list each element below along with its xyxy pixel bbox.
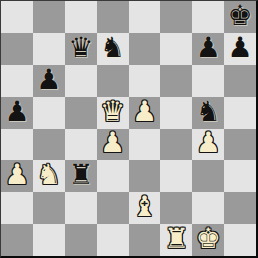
square-d7[interactable]: ♞ <box>97 33 129 65</box>
square-b7[interactable] <box>33 33 65 65</box>
square-e3[interactable] <box>129 160 161 192</box>
chess-board-frame: ♚♛♞♟♟♟♟♛♟♞♟♟♟♞♜♝♜♚ <box>0 0 258 258</box>
piece-white-pawn-a3[interactable]: ♟ <box>4 161 29 189</box>
square-h3[interactable] <box>224 160 256 192</box>
square-e6[interactable] <box>129 65 161 97</box>
square-e4[interactable] <box>129 129 161 161</box>
square-e1[interactable] <box>129 224 161 256</box>
square-g8[interactable] <box>192 1 224 33</box>
square-c8[interactable] <box>65 1 97 33</box>
square-d8[interactable] <box>97 1 129 33</box>
square-h5[interactable] <box>224 97 256 129</box>
square-e8[interactable] <box>129 1 161 33</box>
piece-white-bishop-e2[interactable]: ♝ <box>132 193 157 221</box>
square-g2[interactable] <box>192 192 224 224</box>
square-g5[interactable]: ♞ <box>192 97 224 129</box>
square-f3[interactable] <box>160 160 192 192</box>
square-d1[interactable] <box>97 224 129 256</box>
square-b1[interactable] <box>33 224 65 256</box>
piece-white-pawn-g4[interactable]: ♟ <box>196 129 221 157</box>
square-f7[interactable] <box>160 33 192 65</box>
square-h4[interactable] <box>224 129 256 161</box>
square-c5[interactable] <box>65 97 97 129</box>
piece-black-pawn-h7[interactable]: ♟ <box>228 34 253 62</box>
square-b4[interactable] <box>33 129 65 161</box>
square-c2[interactable] <box>65 192 97 224</box>
piece-white-pawn-e5[interactable]: ♟ <box>132 98 157 126</box>
square-d5[interactable]: ♛ <box>97 97 129 129</box>
square-f8[interactable] <box>160 1 192 33</box>
piece-black-pawn-g7[interactable]: ♟ <box>196 34 221 62</box>
square-c3[interactable]: ♜ <box>65 160 97 192</box>
piece-black-pawn-b6[interactable]: ♟ <box>36 66 61 94</box>
square-h6[interactable] <box>224 65 256 97</box>
piece-white-pawn-d4[interactable]: ♟ <box>100 129 125 157</box>
square-g6[interactable] <box>192 65 224 97</box>
square-g7[interactable]: ♟ <box>192 33 224 65</box>
square-a6[interactable] <box>1 65 33 97</box>
square-c7[interactable]: ♛ <box>65 33 97 65</box>
square-d4[interactable]: ♟ <box>97 129 129 161</box>
piece-black-queen-c7[interactable]: ♛ <box>68 34 93 62</box>
square-g3[interactable] <box>192 160 224 192</box>
piece-white-king-g1[interactable]: ♚ <box>196 225 221 253</box>
square-f6[interactable] <box>160 65 192 97</box>
piece-black-rook-c3[interactable]: ♜ <box>68 161 93 189</box>
square-c4[interactable] <box>65 129 97 161</box>
piece-white-rook-f1[interactable]: ♜ <box>164 225 189 253</box>
square-d2[interactable] <box>97 192 129 224</box>
square-h7[interactable]: ♟ <box>224 33 256 65</box>
square-f5[interactable] <box>160 97 192 129</box>
piece-white-knight-b3[interactable]: ♞ <box>36 161 61 189</box>
square-e7[interactable] <box>129 33 161 65</box>
square-b5[interactable] <box>33 97 65 129</box>
piece-white-queen-d5[interactable]: ♛ <box>100 98 125 126</box>
square-a2[interactable] <box>1 192 33 224</box>
square-b3[interactable]: ♞ <box>33 160 65 192</box>
square-e5[interactable]: ♟ <box>129 97 161 129</box>
square-h1[interactable] <box>224 224 256 256</box>
square-a1[interactable] <box>1 224 33 256</box>
square-c6[interactable] <box>65 65 97 97</box>
square-a8[interactable] <box>1 1 33 33</box>
square-e2[interactable]: ♝ <box>129 192 161 224</box>
piece-black-pawn-a5[interactable]: ♟ <box>4 98 29 126</box>
square-b8[interactable] <box>33 1 65 33</box>
square-g4[interactable]: ♟ <box>192 129 224 161</box>
square-f1[interactable]: ♜ <box>160 224 192 256</box>
square-b6[interactable]: ♟ <box>33 65 65 97</box>
square-h8[interactable]: ♚ <box>224 1 256 33</box>
piece-black-knight-d7[interactable]: ♞ <box>100 34 125 62</box>
square-b2[interactable] <box>33 192 65 224</box>
square-a7[interactable] <box>1 33 33 65</box>
square-f4[interactable] <box>160 129 192 161</box>
square-d3[interactable] <box>97 160 129 192</box>
piece-black-king-h8[interactable]: ♚ <box>228 2 253 30</box>
square-a4[interactable] <box>1 129 33 161</box>
piece-black-knight-g5[interactable]: ♞ <box>196 98 221 126</box>
square-a5[interactable]: ♟ <box>1 97 33 129</box>
square-a3[interactable]: ♟ <box>1 160 33 192</box>
square-d6[interactable] <box>97 65 129 97</box>
square-c1[interactable] <box>65 224 97 256</box>
chess-board: ♚♛♞♟♟♟♟♛♟♞♟♟♟♞♜♝♜♚ <box>1 1 256 256</box>
square-f2[interactable] <box>160 192 192 224</box>
square-g1[interactable]: ♚ <box>192 224 224 256</box>
square-h2[interactable] <box>224 192 256 224</box>
